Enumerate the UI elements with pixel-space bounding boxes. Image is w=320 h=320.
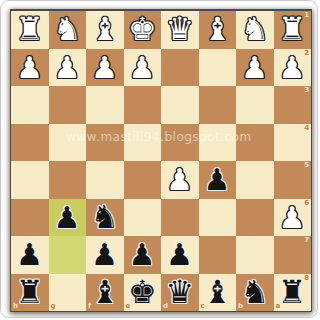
file-label-h: h bbox=[13, 302, 18, 310]
square-b2[interactable]: ♟ bbox=[236, 49, 274, 87]
file-label-b: b bbox=[238, 302, 243, 310]
square-h7[interactable]: ♟ bbox=[11, 236, 49, 274]
piece-black-pawn-g6[interactable]: ♟ bbox=[49, 199, 87, 237]
square-f1[interactable]: ♝ bbox=[86, 11, 124, 49]
square-a3[interactable]: 3 bbox=[274, 86, 312, 124]
piece-white-knight-b1[interactable]: ♞ bbox=[236, 11, 274, 49]
square-a8[interactable]: ♜8a bbox=[274, 274, 312, 312]
piece-black-pawn-f7[interactable]: ♟ bbox=[86, 236, 124, 274]
square-g2[interactable]: ♟ bbox=[49, 49, 87, 87]
square-b5[interactable] bbox=[236, 161, 274, 199]
square-a7[interactable]: 7 bbox=[274, 236, 312, 274]
piece-white-pawn-d5[interactable]: ♟ bbox=[161, 161, 199, 199]
square-h4[interactable] bbox=[11, 124, 49, 162]
piece-white-pawn-e2[interactable]: ♟ bbox=[124, 49, 162, 87]
square-g4[interactable] bbox=[49, 124, 87, 162]
square-g6[interactable]: ♟ bbox=[49, 199, 87, 237]
piece-white-queen-d1[interactable]: ♛ bbox=[161, 11, 199, 49]
file-label-f: f bbox=[88, 302, 91, 310]
piece-black-knight-f6[interactable]: ♞ bbox=[86, 199, 124, 237]
piece-white-rook-h1[interactable]: ♜ bbox=[11, 11, 49, 49]
square-d6[interactable] bbox=[161, 199, 199, 237]
square-a2[interactable]: ♟2 bbox=[274, 49, 312, 87]
file-label-e: e bbox=[126, 302, 131, 310]
square-b8[interactable]: ♞b bbox=[236, 274, 274, 312]
square-e4[interactable] bbox=[124, 124, 162, 162]
square-f6[interactable]: ♞ bbox=[86, 199, 124, 237]
square-h2[interactable]: ♟ bbox=[11, 49, 49, 87]
square-c5[interactable]: ♟ bbox=[199, 161, 237, 199]
square-d8[interactable]: ♛d bbox=[161, 274, 199, 312]
chess-board: ♜♞♝♚♛♝♞♜1♟♟♟♟♟♟234♟♟5♟♞♟6♟♟♟♟7♜hg♝f♚e♛d♝… bbox=[10, 9, 312, 312]
square-f3[interactable] bbox=[86, 86, 124, 124]
square-d5[interactable]: ♟ bbox=[161, 161, 199, 199]
file-label-a: a bbox=[276, 302, 281, 310]
square-e1[interactable]: ♚ bbox=[124, 11, 162, 49]
rank-label-7: 7 bbox=[304, 236, 309, 244]
square-h1[interactable]: ♜ bbox=[11, 11, 49, 49]
square-e2[interactable]: ♟ bbox=[124, 49, 162, 87]
square-g3[interactable] bbox=[49, 86, 87, 124]
square-e7[interactable]: ♟ bbox=[124, 236, 162, 274]
rank-label-6: 6 bbox=[304, 199, 309, 207]
piece-white-pawn-f2[interactable]: ♟ bbox=[86, 49, 124, 87]
square-d4[interactable] bbox=[161, 124, 199, 162]
rank-label-3: 3 bbox=[304, 86, 309, 94]
square-a4[interactable]: 4 bbox=[274, 124, 312, 162]
square-d7[interactable]: ♟ bbox=[161, 236, 199, 274]
square-e6[interactable] bbox=[124, 199, 162, 237]
square-a1[interactable]: ♜1 bbox=[274, 11, 312, 49]
square-g1[interactable]: ♞ bbox=[49, 11, 87, 49]
square-b1[interactable]: ♞ bbox=[236, 11, 274, 49]
square-g8[interactable]: g bbox=[49, 274, 87, 312]
square-e8[interactable]: ♚e bbox=[124, 274, 162, 312]
square-b6[interactable] bbox=[236, 199, 274, 237]
square-f4[interactable] bbox=[86, 124, 124, 162]
rank-label-5: 5 bbox=[304, 161, 309, 169]
square-h5[interactable] bbox=[11, 161, 49, 199]
square-e5[interactable] bbox=[124, 161, 162, 199]
piece-white-king-e1[interactable]: ♚ bbox=[124, 11, 162, 49]
square-c2[interactable] bbox=[199, 49, 237, 87]
screenshot-frame: ♜♞♝♚♛♝♞♜1♟♟♟♟♟♟234♟♟5♟♞♟6♟♟♟♟7♜hg♝f♚e♛d♝… bbox=[0, 0, 318, 318]
piece-white-pawn-h2[interactable]: ♟ bbox=[11, 49, 49, 87]
square-h8[interactable]: ♜h bbox=[11, 274, 49, 312]
piece-black-pawn-h7[interactable]: ♟ bbox=[11, 236, 49, 274]
square-c8[interactable]: ♝c bbox=[199, 274, 237, 312]
rank-label-8: 8 bbox=[304, 274, 309, 282]
square-f5[interactable] bbox=[86, 161, 124, 199]
square-c4[interactable] bbox=[199, 124, 237, 162]
piece-black-pawn-c5[interactable]: ♟ bbox=[199, 161, 237, 199]
square-c1[interactable]: ♝ bbox=[199, 11, 237, 49]
file-label-c: c bbox=[201, 302, 205, 310]
piece-white-knight-g1[interactable]: ♞ bbox=[49, 11, 87, 49]
piece-white-pawn-b2[interactable]: ♟ bbox=[236, 49, 274, 87]
square-f8[interactable]: ♝f bbox=[86, 274, 124, 312]
square-h6[interactable] bbox=[11, 199, 49, 237]
square-f7[interactable]: ♟ bbox=[86, 236, 124, 274]
square-h3[interactable] bbox=[11, 86, 49, 124]
square-a6[interactable]: ♟6 bbox=[274, 199, 312, 237]
piece-white-bishop-c1[interactable]: ♝ bbox=[199, 11, 237, 49]
square-c3[interactable] bbox=[199, 86, 237, 124]
piece-white-pawn-g2[interactable]: ♟ bbox=[49, 49, 87, 87]
file-label-d: d bbox=[163, 302, 168, 310]
piece-white-bishop-f1[interactable]: ♝ bbox=[86, 11, 124, 49]
piece-black-pawn-e7[interactable]: ♟ bbox=[124, 236, 162, 274]
square-f2[interactable]: ♟ bbox=[86, 49, 124, 87]
rank-label-1: 1 bbox=[304, 11, 309, 19]
square-b3[interactable] bbox=[236, 86, 274, 124]
file-label-g: g bbox=[51, 302, 56, 310]
piece-black-pawn-d7[interactable]: ♟ bbox=[161, 236, 199, 274]
square-d1[interactable]: ♛ bbox=[161, 11, 199, 49]
rank-label-2: 2 bbox=[304, 49, 309, 57]
square-d3[interactable] bbox=[161, 86, 199, 124]
rank-label-4: 4 bbox=[304, 124, 309, 132]
piece-black-bishop-f8[interactable]: ♝ bbox=[86, 274, 124, 312]
square-b4[interactable] bbox=[236, 124, 274, 162]
square-c6[interactable] bbox=[199, 199, 237, 237]
square-c7[interactable] bbox=[199, 236, 237, 274]
square-g7[interactable] bbox=[49, 236, 87, 274]
square-d2[interactable] bbox=[161, 49, 199, 87]
square-g5[interactable] bbox=[49, 161, 87, 199]
square-e3[interactable] bbox=[124, 86, 162, 124]
square-b7[interactable] bbox=[236, 236, 274, 274]
square-a5[interactable]: 5 bbox=[274, 161, 312, 199]
